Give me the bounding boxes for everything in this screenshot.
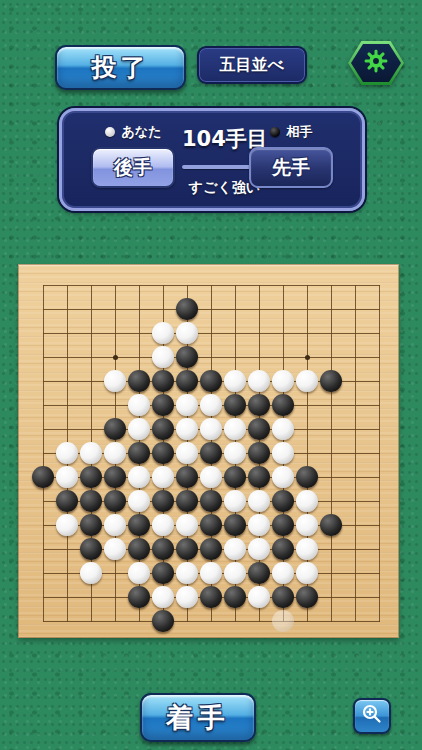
stone-white [128, 466, 150, 488]
stone-white [176, 562, 198, 584]
zoom-button[interactable] [353, 698, 391, 734]
stone-white [248, 490, 270, 512]
stone-black [128, 442, 150, 464]
stone-black [200, 490, 222, 512]
stone-white [104, 514, 126, 536]
stone-white [104, 442, 126, 464]
stone-black [152, 610, 174, 632]
game-title-badge: 五目並べ [197, 46, 307, 84]
stone-white [56, 466, 78, 488]
opponent-role-button[interactable]: 先手 [249, 147, 333, 188]
stone-black [128, 370, 150, 392]
stone-white [56, 514, 78, 536]
goban-board[interactable] [18, 264, 399, 638]
gear-icon [363, 48, 389, 78]
stone-white [248, 370, 270, 392]
stone-black [272, 586, 294, 608]
status-panel: あなた 後手 104手目 すごく強い 相手 先手 [59, 108, 365, 211]
stone-white [128, 490, 150, 512]
stone-white [200, 562, 222, 584]
stone-white [80, 562, 102, 584]
settings-button[interactable] [348, 41, 404, 85]
stone-black [224, 394, 246, 416]
stone-black [152, 490, 174, 512]
magnifier-icon [360, 702, 384, 730]
stone-black [272, 394, 294, 416]
stone-black [224, 466, 246, 488]
stone-white [176, 514, 198, 536]
stone-white [248, 514, 270, 536]
ghost-stone [272, 610, 294, 632]
stone-white [152, 586, 174, 608]
stone-black [152, 394, 174, 416]
stone-white [176, 586, 198, 608]
stone-black [200, 586, 222, 608]
stone-white [128, 394, 150, 416]
stone-white [176, 418, 198, 440]
stone-black [272, 538, 294, 560]
stone-black [272, 490, 294, 512]
stone-black [320, 514, 342, 536]
stone-black [80, 538, 102, 560]
stone-black [224, 586, 246, 608]
stone-white [272, 562, 294, 584]
stone-white [272, 466, 294, 488]
stone-white [224, 538, 246, 560]
black-stone-icon [270, 127, 280, 137]
stone-black [200, 370, 222, 392]
stone-white [104, 370, 126, 392]
stone-black [32, 466, 54, 488]
stone-white [152, 466, 174, 488]
stone-black [128, 514, 150, 536]
stone-black [128, 538, 150, 560]
stone-black [248, 466, 270, 488]
stone-black [152, 562, 174, 584]
you-role-button[interactable]: 後手 [91, 147, 175, 188]
stone-black [152, 370, 174, 392]
stone-white [272, 370, 294, 392]
stone-white [224, 418, 246, 440]
stone-black [56, 490, 78, 512]
resign-button[interactable]: 投了 [55, 45, 186, 90]
stone-white [176, 394, 198, 416]
stone-black [248, 394, 270, 416]
you-label: あなた [122, 123, 162, 141]
stone-black [152, 538, 174, 560]
stone-black [200, 442, 222, 464]
stone-white [128, 418, 150, 440]
stone-black [104, 490, 126, 512]
stone-black [200, 538, 222, 560]
stone-white [224, 490, 246, 512]
stone-black [152, 418, 174, 440]
stone-white [296, 562, 318, 584]
stone-white [224, 442, 246, 464]
stone-white [80, 442, 102, 464]
stone-black [80, 466, 102, 488]
stone-black [176, 346, 198, 368]
stone-black [200, 514, 222, 536]
stone-black [104, 418, 126, 440]
stone-white [224, 562, 246, 584]
board-grid [43, 285, 380, 622]
stone-white [200, 394, 222, 416]
stone-black [152, 442, 174, 464]
stone-white [176, 442, 198, 464]
stone-white [296, 514, 318, 536]
star-point [113, 355, 118, 360]
stone-white [128, 562, 150, 584]
stone-black [272, 514, 294, 536]
stone-black [176, 370, 198, 392]
stone-white [200, 466, 222, 488]
stone-black [176, 298, 198, 320]
stone-white [152, 514, 174, 536]
player-opponent: 相手 先手 [236, 123, 346, 188]
app-screen: 投了 五目並べ あ [0, 0, 422, 750]
stone-white [200, 418, 222, 440]
stone-white [224, 370, 246, 392]
stone-white [104, 538, 126, 560]
stone-white [296, 490, 318, 512]
stone-black [80, 490, 102, 512]
player-you: あなた 後手 [78, 123, 188, 188]
stone-white [248, 586, 270, 608]
stone-black [176, 490, 198, 512]
play-move-button[interactable]: 着手 [140, 693, 256, 742]
stone-black [320, 370, 342, 392]
stone-black [104, 466, 126, 488]
white-stone-icon [105, 127, 115, 137]
stone-white [152, 346, 174, 368]
stone-white [272, 418, 294, 440]
stone-black [296, 466, 318, 488]
stone-black [176, 538, 198, 560]
stone-white [56, 442, 78, 464]
stone-black [248, 418, 270, 440]
stone-black [80, 514, 102, 536]
stone-black [248, 442, 270, 464]
stone-white [152, 322, 174, 344]
stone-white [176, 322, 198, 344]
star-point [305, 355, 310, 360]
stone-white [272, 442, 294, 464]
stone-black [176, 466, 198, 488]
opponent-label: 相手 [287, 123, 313, 141]
stone-white [296, 370, 318, 392]
stone-white [248, 538, 270, 560]
stone-black [224, 514, 246, 536]
stone-black [296, 586, 318, 608]
stone-black [248, 562, 270, 584]
stone-white [296, 538, 318, 560]
stone-black [128, 586, 150, 608]
